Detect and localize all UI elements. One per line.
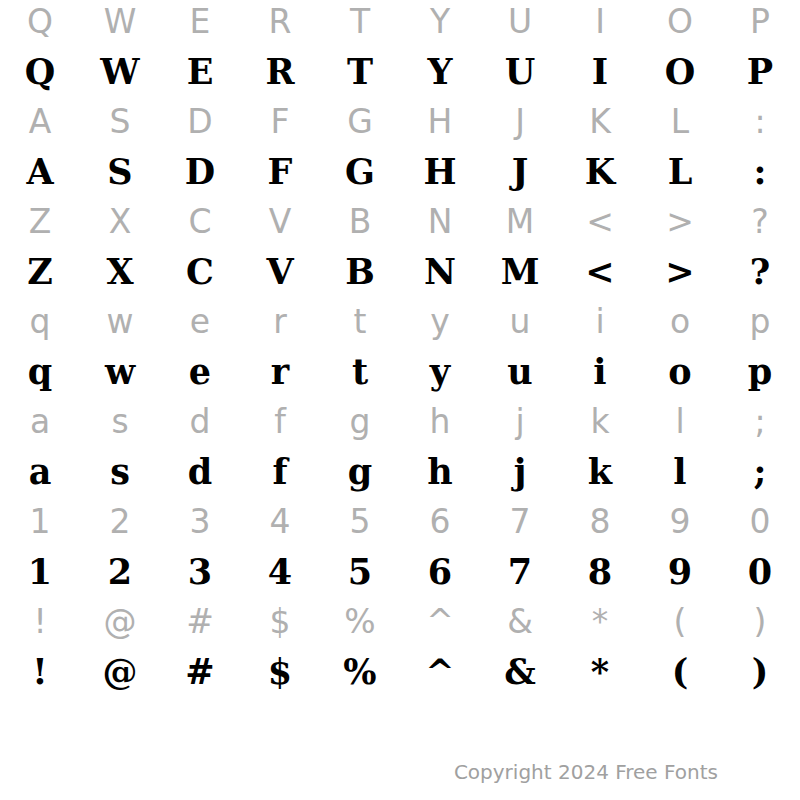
specimen-glyph-r10c7: j xyxy=(480,446,560,496)
specimen-glyph-r12c7: 7 xyxy=(480,546,560,596)
specimen-glyph-r8c2: w xyxy=(80,346,160,396)
preview-glyph-r11c7: 7 xyxy=(480,496,560,546)
preview-glyph-r5c9: > xyxy=(640,196,720,246)
specimen-glyph-r10c6: h xyxy=(400,446,480,496)
preview-glyph-r5c3: C xyxy=(160,196,240,246)
preview-glyph-r13c9: ( xyxy=(640,596,720,646)
specimen-glyph-r4c8: K xyxy=(560,146,640,196)
specimen-glyph-r14c7: & xyxy=(480,646,560,696)
specimen-glyph-r6c6: N xyxy=(400,246,480,296)
specimen-glyph-r2c4: R xyxy=(240,46,320,96)
preview-glyph-r9c10: ; xyxy=(720,396,800,446)
specimen-glyph-r10c8: k xyxy=(560,446,640,496)
preview-glyph-r1c1: Q xyxy=(0,0,80,46)
preview-glyph-r5c10: ? xyxy=(720,196,800,246)
specimen-glyph-r12c4: 4 xyxy=(240,546,320,596)
preview-glyph-r11c4: 4 xyxy=(240,496,320,546)
specimen-glyph-r12c2: 2 xyxy=(80,546,160,596)
specimen-glyph-r4c6: H xyxy=(400,146,480,196)
preview-glyph-r3c1: A xyxy=(0,96,80,146)
specimen-glyph-r8c8: i xyxy=(560,346,640,396)
specimen-glyph-r8c7: u xyxy=(480,346,560,396)
specimen-glyph-r14c5: % xyxy=(320,646,400,696)
preview-glyph-r5c2: X xyxy=(80,196,160,246)
specimen-glyph-r2c9: O xyxy=(640,46,720,96)
preview-glyph-r3c8: K xyxy=(560,96,640,146)
preview-glyph-r11c1: 1 xyxy=(0,496,80,546)
preview-glyph-r9c9: l xyxy=(640,396,720,446)
preview-glyph-r9c8: k xyxy=(560,396,640,446)
preview-glyph-r11c3: 3 xyxy=(160,496,240,546)
specimen-glyph-r10c3: d xyxy=(160,446,240,496)
preview-glyph-r9c4: f xyxy=(240,396,320,446)
specimen-glyph-r2c7: U xyxy=(480,46,560,96)
specimen-glyph-r10c1: a xyxy=(0,446,80,496)
specimen-glyph-r6c8: < xyxy=(560,246,640,296)
specimen-glyph-r6c7: M xyxy=(480,246,560,296)
specimen-glyph-r4c4: F xyxy=(240,146,320,196)
specimen-glyph-r12c10: 0 xyxy=(720,546,800,596)
specimen-glyph-r4c10: : xyxy=(720,146,800,196)
specimen-glyph-r6c9: > xyxy=(640,246,720,296)
specimen-glyph-r8c1: q xyxy=(0,346,80,396)
specimen-glyph-r2c5: T xyxy=(320,46,400,96)
specimen-glyph-r10c4: f xyxy=(240,446,320,496)
specimen-glyph-r14c2: @ xyxy=(80,646,160,696)
preview-glyph-r7c10: p xyxy=(720,296,800,346)
specimen-glyph-r4c9: L xyxy=(640,146,720,196)
preview-glyph-r13c2: @ xyxy=(80,596,160,646)
preview-glyph-r13c4: $ xyxy=(240,596,320,646)
preview-glyph-r3c6: H xyxy=(400,96,480,146)
specimen-glyph-r14c6: ^ xyxy=(400,646,480,696)
preview-glyph-r1c2: W xyxy=(80,0,160,46)
specimen-glyph-r2c1: Q xyxy=(0,46,80,96)
preview-glyph-r7c8: i xyxy=(560,296,640,346)
specimen-glyph-r8c3: e xyxy=(160,346,240,396)
preview-glyph-r1c10: P xyxy=(720,0,800,46)
character-grid: QWERTYUIOPQWERTYUIOPASDFGHJKL:ASDFGHJKL:… xyxy=(0,0,800,696)
preview-glyph-r1c6: Y xyxy=(400,0,480,46)
specimen-glyph-r12c5: 5 xyxy=(320,546,400,596)
specimen-glyph-r8c9: o xyxy=(640,346,720,396)
preview-glyph-r13c1: ! xyxy=(0,596,80,646)
specimen-glyph-r14c3: # xyxy=(160,646,240,696)
specimen-glyph-r6c1: Z xyxy=(0,246,80,296)
preview-glyph-r3c3: D xyxy=(160,96,240,146)
specimen-glyph-r8c5: t xyxy=(320,346,400,396)
specimen-glyph-r12c9: 9 xyxy=(640,546,720,596)
specimen-glyph-r2c6: Y xyxy=(400,46,480,96)
preview-glyph-r5c8: < xyxy=(560,196,640,246)
specimen-glyph-r12c3: 3 xyxy=(160,546,240,596)
specimen-glyph-r2c3: E xyxy=(160,46,240,96)
preview-glyph-r3c2: S xyxy=(80,96,160,146)
preview-glyph-r13c8: * xyxy=(560,596,640,646)
preview-glyph-r7c6: y xyxy=(400,296,480,346)
specimen-glyph-r14c1: ! xyxy=(0,646,80,696)
preview-glyph-r1c8: I xyxy=(560,0,640,46)
preview-glyph-r9c2: s xyxy=(80,396,160,446)
preview-glyph-r7c1: q xyxy=(0,296,80,346)
specimen-glyph-r8c4: r xyxy=(240,346,320,396)
specimen-glyph-r2c8: I xyxy=(560,46,640,96)
specimen-glyph-r12c1: 1 xyxy=(0,546,80,596)
specimen-glyph-r2c2: W xyxy=(80,46,160,96)
preview-glyph-r3c10: : xyxy=(720,96,800,146)
copyright-text: Copyright 2024 Free Fonts xyxy=(454,760,718,784)
preview-glyph-r11c9: 9 xyxy=(640,496,720,546)
specimen-glyph-r8c10: p xyxy=(720,346,800,396)
specimen-glyph-r10c10: ; xyxy=(720,446,800,496)
specimen-glyph-r10c9: l xyxy=(640,446,720,496)
preview-glyph-r7c5: t xyxy=(320,296,400,346)
specimen-glyph-r2c10: P xyxy=(720,46,800,96)
preview-glyph-r3c4: F xyxy=(240,96,320,146)
preview-glyph-r7c2: w xyxy=(80,296,160,346)
preview-glyph-r1c7: U xyxy=(480,0,560,46)
preview-glyph-r9c7: j xyxy=(480,396,560,446)
specimen-glyph-r6c10: ? xyxy=(720,246,800,296)
specimen-glyph-r6c3: C xyxy=(160,246,240,296)
preview-glyph-r11c8: 8 xyxy=(560,496,640,546)
preview-glyph-r1c4: R xyxy=(240,0,320,46)
preview-glyph-r3c9: L xyxy=(640,96,720,146)
preview-glyph-r9c3: d xyxy=(160,396,240,446)
preview-glyph-r13c10: ) xyxy=(720,596,800,646)
preview-glyph-r11c2: 2 xyxy=(80,496,160,546)
preview-glyph-r5c5: B xyxy=(320,196,400,246)
preview-glyph-r5c1: Z xyxy=(0,196,80,246)
specimen-glyph-r14c9: ( xyxy=(640,646,720,696)
preview-glyph-r1c9: O xyxy=(640,0,720,46)
specimen-glyph-r4c7: J xyxy=(480,146,560,196)
preview-glyph-r13c7: & xyxy=(480,596,560,646)
preview-glyph-r9c5: g xyxy=(320,396,400,446)
preview-glyph-r7c3: e xyxy=(160,296,240,346)
specimen-glyph-r6c4: V xyxy=(240,246,320,296)
preview-glyph-r7c7: u xyxy=(480,296,560,346)
specimen-glyph-r10c5: g xyxy=(320,446,400,496)
preview-glyph-r1c5: T xyxy=(320,0,400,46)
specimen-glyph-r12c6: 6 xyxy=(400,546,480,596)
preview-glyph-r3c5: G xyxy=(320,96,400,146)
preview-glyph-r5c6: N xyxy=(400,196,480,246)
specimen-glyph-r4c1: A xyxy=(0,146,80,196)
preview-glyph-r11c6: 6 xyxy=(400,496,480,546)
specimen-glyph-r6c2: X xyxy=(80,246,160,296)
preview-glyph-r9c6: h xyxy=(400,396,480,446)
preview-glyph-r13c5: % xyxy=(320,596,400,646)
specimen-glyph-r4c2: S xyxy=(80,146,160,196)
specimen-glyph-r6c5: B xyxy=(320,246,400,296)
preview-glyph-r7c9: o xyxy=(640,296,720,346)
preview-glyph-r11c5: 5 xyxy=(320,496,400,546)
specimen-glyph-r14c4: $ xyxy=(240,646,320,696)
preview-glyph-r3c7: J xyxy=(480,96,560,146)
specimen-glyph-r14c8: * xyxy=(560,646,640,696)
preview-glyph-r13c6: ^ xyxy=(400,596,480,646)
preview-glyph-r13c3: # xyxy=(160,596,240,646)
preview-glyph-r9c1: a xyxy=(0,396,80,446)
specimen-glyph-r4c3: D xyxy=(160,146,240,196)
font-specimen-page: QWERTYUIOPQWERTYUIOPASDFGHJKL:ASDFGHJKL:… xyxy=(0,0,800,800)
specimen-glyph-r12c8: 8 xyxy=(560,546,640,596)
preview-glyph-r11c10: 0 xyxy=(720,496,800,546)
preview-glyph-r5c4: V xyxy=(240,196,320,246)
preview-glyph-r7c4: r xyxy=(240,296,320,346)
specimen-glyph-r14c10: ) xyxy=(720,646,800,696)
preview-glyph-r1c3: E xyxy=(160,0,240,46)
preview-glyph-r5c7: M xyxy=(480,196,560,246)
specimen-glyph-r8c6: y xyxy=(400,346,480,396)
specimen-glyph-r10c2: s xyxy=(80,446,160,496)
specimen-glyph-r4c5: G xyxy=(320,146,400,196)
